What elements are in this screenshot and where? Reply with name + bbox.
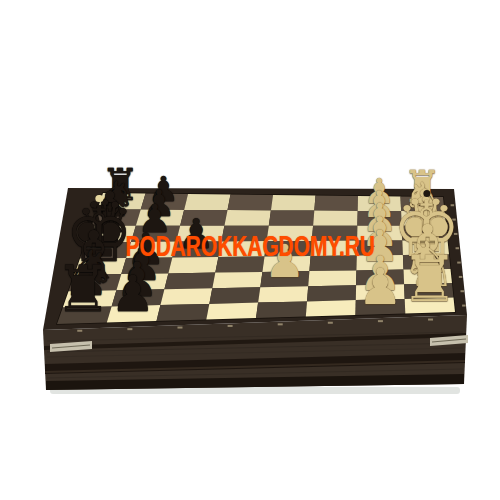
frame-coordinate-mark	[452, 219, 456, 221]
square-a5	[228, 195, 274, 211]
square-c5	[221, 226, 268, 242]
square-b6	[180, 210, 227, 226]
square-f3	[308, 270, 356, 286]
square-e5	[215, 257, 264, 273]
chess-product-photo: ♜♟♟♜♞♟♟♞♝♟♟♝♛♟♟♛♚♟♟♚♝♟♟♝♞♟♟♞♜♟♟♜ PODAROK…	[0, 0, 500, 500]
square-b3	[313, 211, 358, 226]
frame-coordinate-mark	[456, 247, 460, 249]
square-c3	[312, 226, 358, 241]
square-f6	[164, 273, 215, 290]
square-d2	[357, 240, 403, 255]
square-c8	[86, 226, 136, 242]
square-b1	[401, 211, 446, 226]
square-h3	[306, 300, 356, 316]
square-c1	[402, 226, 448, 241]
square-g7	[112, 289, 165, 306]
frame-coordinate-mark	[177, 327, 182, 329]
frame-coordinate-mark	[328, 322, 333, 324]
square-e7	[121, 258, 172, 275]
frame-coordinate-mark	[460, 290, 464, 292]
square-b2	[357, 211, 401, 226]
square-d1	[402, 240, 449, 255]
square-h6	[157, 304, 210, 321]
square-a4	[271, 195, 316, 211]
frame-coordinate-mark	[454, 233, 458, 235]
square-f1	[404, 269, 453, 284]
square-b5	[224, 210, 271, 226]
frame-coordinate-mark	[457, 262, 461, 264]
square-a2	[358, 196, 401, 211]
square-a8	[97, 193, 145, 210]
square-e3	[309, 256, 356, 272]
square-h1	[405, 298, 455, 314]
square-a7	[141, 194, 188, 210]
square-b8	[92, 209, 141, 225]
square-d3	[311, 241, 358, 256]
square-c4	[267, 226, 314, 241]
square-b7	[136, 210, 184, 226]
frame-coordinate-mark	[451, 204, 455, 206]
chess-board	[0, 0, 500, 500]
square-a6	[184, 194, 230, 210]
square-h2	[356, 299, 406, 315]
frame-coordinate-mark	[378, 320, 383, 322]
square-g5	[209, 287, 260, 304]
square-h4	[256, 301, 307, 318]
square-d4	[265, 241, 312, 257]
square-c7	[131, 226, 180, 242]
square-f5	[212, 272, 262, 288]
square-e4	[262, 256, 310, 272]
square-e8	[74, 258, 126, 275]
square-b4	[269, 210, 315, 225]
square-f4	[260, 271, 309, 287]
frame-coordinate-mark	[77, 330, 82, 332]
square-c2	[357, 226, 402, 241]
square-g3	[307, 285, 356, 301]
square-e6	[168, 257, 218, 273]
frame-coordinate-mark	[459, 276, 463, 278]
square-d6	[172, 241, 221, 257]
square-a3	[314, 196, 358, 211]
frame-coordinate-mark	[462, 305, 466, 307]
square-f2	[356, 270, 404, 286]
square-h8	[57, 306, 112, 324]
square-e2	[356, 255, 403, 270]
square-g1	[404, 283, 453, 299]
frame-coordinate-mark	[278, 323, 283, 325]
square-d8	[80, 242, 131, 259]
frame-coordinate-mark	[127, 328, 132, 330]
square-f8	[69, 274, 122, 291]
square-f7	[116, 273, 168, 290]
square-h5	[206, 303, 258, 320]
frame-coordinate-mark	[228, 325, 233, 327]
square-h7	[107, 305, 161, 322]
square-g8	[63, 290, 117, 307]
square-g6	[160, 288, 212, 305]
square-d5	[218, 241, 266, 257]
square-c6	[176, 226, 224, 242]
square-d7	[126, 242, 176, 258]
frame-coordinate-mark	[428, 319, 433, 321]
square-a1	[401, 197, 445, 212]
square-g4	[258, 286, 308, 302]
square-g2	[356, 284, 405, 300]
square-e1	[403, 255, 451, 270]
